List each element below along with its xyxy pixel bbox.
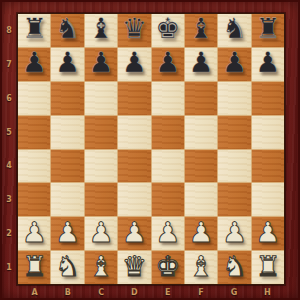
square-h7[interactable]: ♟ xyxy=(252,48,284,81)
square-e2[interactable]: ♟ xyxy=(152,217,184,250)
square-f3[interactable] xyxy=(185,183,217,216)
square-d6[interactable] xyxy=(118,82,150,115)
black-rook: ♜ xyxy=(255,15,280,43)
black-bishop: ♝ xyxy=(189,15,214,43)
white-king: ♚ xyxy=(155,253,180,281)
square-c6[interactable] xyxy=(85,82,117,115)
square-e1[interactable]: ♚ xyxy=(152,251,184,284)
square-e5[interactable] xyxy=(152,116,184,149)
square-d7[interactable]: ♟ xyxy=(118,48,150,81)
square-a1[interactable]: ♜ xyxy=(18,251,50,284)
file-labels: ABCDEFGH xyxy=(18,284,284,300)
square-f1[interactable]: ♝ xyxy=(185,251,217,284)
rank-label-8: 8 xyxy=(0,14,18,48)
square-f8[interactable]: ♝ xyxy=(185,14,217,47)
square-e4[interactable] xyxy=(152,150,184,183)
square-c2[interactable]: ♟ xyxy=(85,217,117,250)
file-label-A: A xyxy=(18,284,51,300)
white-pawn: ♟ xyxy=(222,219,247,247)
square-g4[interactable] xyxy=(218,150,250,183)
square-g6[interactable] xyxy=(218,82,250,115)
square-h6[interactable] xyxy=(252,82,284,115)
file-label-H: H xyxy=(251,284,284,300)
square-c4[interactable] xyxy=(85,150,117,183)
square-f6[interactable] xyxy=(185,82,217,115)
rank-labels: 87654321 xyxy=(0,14,18,284)
black-rook: ♜ xyxy=(22,15,47,43)
square-a7[interactable]: ♟ xyxy=(18,48,50,81)
square-g7[interactable]: ♟ xyxy=(218,48,250,81)
black-pawn: ♟ xyxy=(122,49,147,77)
square-h5[interactable] xyxy=(252,116,284,149)
black-pawn: ♟ xyxy=(88,49,113,77)
black-queen: ♛ xyxy=(122,15,147,43)
black-bishop: ♝ xyxy=(88,15,113,43)
square-f2[interactable]: ♟ xyxy=(185,217,217,250)
square-c8[interactable]: ♝ xyxy=(85,14,117,47)
square-c5[interactable] xyxy=(85,116,117,149)
white-queen: ♛ xyxy=(122,253,147,281)
file-label-G: G xyxy=(218,284,251,300)
square-g1[interactable]: ♞ xyxy=(218,251,250,284)
square-f4[interactable] xyxy=(185,150,217,183)
white-knight: ♞ xyxy=(55,253,80,281)
black-pawn: ♟ xyxy=(189,49,214,77)
square-a3[interactable] xyxy=(18,183,50,216)
black-pawn: ♟ xyxy=(55,49,80,77)
black-king: ♚ xyxy=(155,15,180,43)
square-b3[interactable] xyxy=(51,183,83,216)
square-a6[interactable] xyxy=(18,82,50,115)
square-d3[interactable] xyxy=(118,183,150,216)
square-d5[interactable] xyxy=(118,116,150,149)
file-label-B: B xyxy=(51,284,84,300)
black-pawn: ♟ xyxy=(255,49,280,77)
rank-label-6: 6 xyxy=(0,82,18,116)
rank-label-4: 4 xyxy=(0,149,18,183)
white-pawn: ♟ xyxy=(255,219,280,247)
black-pawn: ♟ xyxy=(155,49,180,77)
square-g3[interactable] xyxy=(218,183,250,216)
square-e7[interactable]: ♟ xyxy=(152,48,184,81)
square-h2[interactable]: ♟ xyxy=(252,217,284,250)
square-h3[interactable] xyxy=(252,183,284,216)
white-bishop: ♝ xyxy=(189,253,214,281)
white-rook: ♜ xyxy=(22,253,47,281)
white-pawn: ♟ xyxy=(189,219,214,247)
square-e8[interactable]: ♚ xyxy=(152,14,184,47)
white-pawn: ♟ xyxy=(122,219,147,247)
white-bishop: ♝ xyxy=(88,253,113,281)
black-knight: ♞ xyxy=(55,15,80,43)
file-label-C: C xyxy=(85,284,118,300)
white-rook: ♜ xyxy=(255,253,280,281)
file-label-E: E xyxy=(151,284,184,300)
square-b5[interactable] xyxy=(51,116,83,149)
square-c1[interactable]: ♝ xyxy=(85,251,117,284)
chess-board: ♜♞♝♛♚♝♞♜♟♟♟♟♟♟♟♟♟♟♟♟♟♟♟♟♜♞♝♛♚♝♞♜ xyxy=(18,14,284,284)
white-pawn: ♟ xyxy=(88,219,113,247)
file-label-F: F xyxy=(184,284,217,300)
white-pawn: ♟ xyxy=(55,219,80,247)
square-d4[interactable] xyxy=(118,150,150,183)
square-c3[interactable] xyxy=(85,183,117,216)
square-e6[interactable] xyxy=(152,82,184,115)
black-knight: ♞ xyxy=(222,15,247,43)
rank-label-1: 1 xyxy=(0,250,18,284)
square-b4[interactable] xyxy=(51,150,83,183)
square-b6[interactable] xyxy=(51,82,83,115)
square-f7[interactable]: ♟ xyxy=(185,48,217,81)
square-a4[interactable] xyxy=(18,150,50,183)
black-pawn: ♟ xyxy=(222,49,247,77)
square-b2[interactable]: ♟ xyxy=(51,217,83,250)
square-g2[interactable]: ♟ xyxy=(218,217,250,250)
rank-label-5: 5 xyxy=(0,115,18,149)
square-b1[interactable]: ♞ xyxy=(51,251,83,284)
square-d2[interactable]: ♟ xyxy=(118,217,150,250)
square-c7[interactable]: ♟ xyxy=(85,48,117,81)
white-pawn: ♟ xyxy=(155,219,180,247)
square-d8[interactable]: ♛ xyxy=(118,14,150,47)
square-a2[interactable]: ♟ xyxy=(18,217,50,250)
square-a8[interactable]: ♜ xyxy=(18,14,50,47)
rank-label-2: 2 xyxy=(0,217,18,251)
file-label-D: D xyxy=(118,284,151,300)
square-h4[interactable] xyxy=(252,150,284,183)
square-g5[interactable] xyxy=(218,116,250,149)
rank-label-7: 7 xyxy=(0,48,18,82)
square-h8[interactable]: ♜ xyxy=(252,14,284,47)
square-a5[interactable] xyxy=(18,116,50,149)
white-knight: ♞ xyxy=(222,253,247,281)
black-pawn: ♟ xyxy=(22,49,47,77)
rank-label-3: 3 xyxy=(0,183,18,217)
square-g8[interactable]: ♞ xyxy=(218,14,250,47)
square-b7[interactable]: ♟ xyxy=(51,48,83,81)
square-f5[interactable] xyxy=(185,116,217,149)
chess-board-frame: 87654321 ABCDEFGH ♜♞♝♛♚♝♞♜♟♟♟♟♟♟♟♟♟♟♟♟♟♟… xyxy=(0,0,300,300)
square-d1[interactable]: ♛ xyxy=(118,251,150,284)
square-h1[interactable]: ♜ xyxy=(252,251,284,284)
square-e3[interactable] xyxy=(152,183,184,216)
square-b8[interactable]: ♞ xyxy=(51,14,83,47)
white-pawn: ♟ xyxy=(22,219,47,247)
